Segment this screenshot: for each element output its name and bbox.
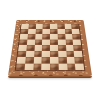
- chessboard-cork-border: [8, 20, 92, 76]
- square-d1: [41, 63, 50, 70]
- chessboard-front-edge: [8, 76, 92, 78]
- chessboard-photo: [0, 0, 100, 100]
- chessboard-grid: [15, 24, 86, 71]
- square-e1: [50, 63, 59, 70]
- chessboard-3d-wrapper: [8, 20, 92, 76]
- square-h1: [75, 63, 84, 70]
- square-c1: [33, 63, 42, 70]
